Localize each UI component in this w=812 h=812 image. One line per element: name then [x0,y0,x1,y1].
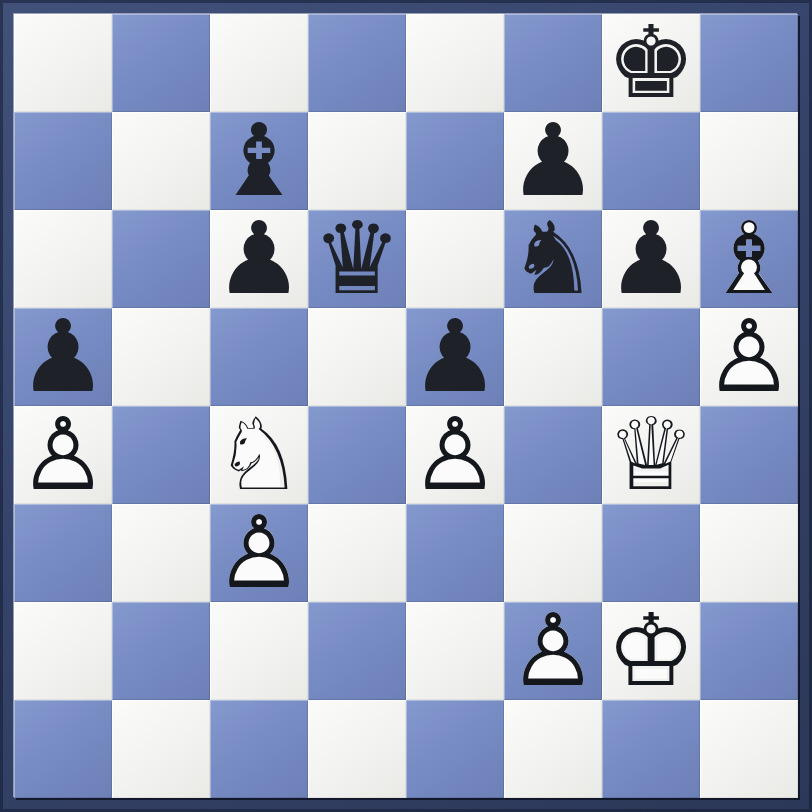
square-a3[interactable] [14,504,112,602]
square-f7[interactable]: ♟ [504,112,602,210]
square-d4[interactable] [308,406,406,504]
king-glyph: ♚ [602,14,700,112]
square-g7[interactable] [602,112,700,210]
square-g5[interactable] [602,308,700,406]
square-g4[interactable]: ♛♕ [602,406,700,504]
square-e4[interactable]: ♟♙ [406,406,504,504]
square-h2[interactable] [700,602,798,700]
square-c6[interactable]: ♟ [210,210,308,308]
square-c3[interactable]: ♟♙ [210,504,308,602]
square-f1[interactable] [504,700,602,798]
square-c2[interactable] [210,602,308,700]
square-b1[interactable] [112,700,210,798]
square-h4[interactable] [700,406,798,504]
black-knight[interactable]: ♞ [504,210,602,308]
square-d8[interactable] [308,14,406,112]
pawn-glyph-outline: ♙ [504,602,602,700]
white-pawn[interactable]: ♟♙ [210,504,308,602]
square-c5[interactable] [210,308,308,406]
black-pawn[interactable]: ♟ [602,210,700,308]
queen-glyph-outline: ♕ [602,406,700,504]
square-e5[interactable]: ♟ [406,308,504,406]
pawn-glyph-outline: ♙ [700,308,798,406]
white-queen[interactable]: ♛♕ [602,406,700,504]
square-a2[interactable] [14,602,112,700]
black-pawn[interactable]: ♟ [504,112,602,210]
queen-glyph: ♛ [308,210,406,308]
pawn-glyph: ♟ [406,308,504,406]
square-e2[interactable] [406,602,504,700]
square-f3[interactable] [504,504,602,602]
square-b7[interactable] [112,112,210,210]
square-f5[interactable] [504,308,602,406]
white-pawn[interactable]: ♟♙ [504,602,602,700]
pawn-glyph: ♟ [210,210,308,308]
square-d2[interactable] [308,602,406,700]
square-a4[interactable]: ♟♙ [14,406,112,504]
square-h3[interactable] [700,504,798,602]
square-b4[interactable] [112,406,210,504]
square-b5[interactable] [112,308,210,406]
square-b8[interactable] [112,14,210,112]
square-a8[interactable] [14,14,112,112]
white-king[interactable]: ♚♔ [602,602,700,700]
square-h6[interactable]: ♝♗ [700,210,798,308]
pawn-glyph-outline: ♙ [210,504,308,602]
white-knight[interactable]: ♞♘ [210,406,308,504]
square-b3[interactable] [112,504,210,602]
knight-glyph: ♞ [504,210,602,308]
pawn-glyph-outline: ♙ [406,406,504,504]
square-g2[interactable]: ♚♔ [602,602,700,700]
square-c4[interactable]: ♞♘ [210,406,308,504]
square-c8[interactable] [210,14,308,112]
white-pawn[interactable]: ♟♙ [14,406,112,504]
black-bishop[interactable]: ♝ [210,112,308,210]
square-h7[interactable] [700,112,798,210]
square-d7[interactable] [308,112,406,210]
square-f8[interactable] [504,14,602,112]
square-f4[interactable] [504,406,602,504]
square-d3[interactable] [308,504,406,602]
pawn-glyph: ♟ [14,308,112,406]
square-g1[interactable] [602,700,700,798]
square-d5[interactable] [308,308,406,406]
square-f2[interactable]: ♟♙ [504,602,602,700]
white-bishop[interactable]: ♝♗ [700,210,798,308]
square-d1[interactable] [308,700,406,798]
square-e6[interactable] [406,210,504,308]
square-a5[interactable]: ♟ [14,308,112,406]
square-d6[interactable]: ♛ [308,210,406,308]
square-f6[interactable]: ♞ [504,210,602,308]
square-e1[interactable] [406,700,504,798]
square-b2[interactable] [112,602,210,700]
square-c7[interactable]: ♝ [210,112,308,210]
white-pawn[interactable]: ♟♙ [406,406,504,504]
pawn-glyph: ♟ [602,210,700,308]
knight-glyph-outline: ♘ [210,406,308,504]
white-pawn[interactable]: ♟♙ [700,308,798,406]
square-a7[interactable] [14,112,112,210]
pawn-glyph-outline: ♙ [14,406,112,504]
square-g8[interactable]: ♚ [602,14,700,112]
square-a1[interactable] [14,700,112,798]
square-g6[interactable]: ♟ [602,210,700,308]
pawn-glyph: ♟ [504,112,602,210]
black-pawn[interactable]: ♟ [14,308,112,406]
square-g3[interactable] [602,504,700,602]
black-pawn[interactable]: ♟ [210,210,308,308]
bishop-glyph: ♝ [210,112,308,210]
square-a6[interactable] [14,210,112,308]
chess-board: ♚♝♟♟♛♞♟♝♗♟♟♟♙♟♙♞♘♟♙♛♕♟♙♟♙♚♔ [14,14,798,798]
board-frame: ♚♝♟♟♛♞♟♝♗♟♟♟♙♟♙♞♘♟♙♛♕♟♙♟♙♚♔ [0,0,812,812]
bishop-glyph-outline: ♗ [700,210,798,308]
square-b6[interactable] [112,210,210,308]
black-king[interactable]: ♚ [602,14,700,112]
square-c1[interactable] [210,700,308,798]
square-e3[interactable] [406,504,504,602]
king-glyph-outline: ♔ [602,602,700,700]
square-h5[interactable]: ♟♙ [700,308,798,406]
square-e8[interactable] [406,14,504,112]
black-queen[interactable]: ♛ [308,210,406,308]
square-h1[interactable] [700,700,798,798]
square-e7[interactable] [406,112,504,210]
square-h8[interactable] [700,14,798,112]
black-pawn[interactable]: ♟ [406,308,504,406]
